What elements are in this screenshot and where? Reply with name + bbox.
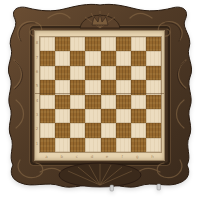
file-label-h: h [145,154,160,160]
square-d1[interactable] [85,138,100,152]
square-e2[interactable] [101,123,116,137]
square-h2[interactable] [146,123,161,137]
square-e8[interactable] [101,37,116,51]
square-h3[interactable] [146,109,161,123]
rank-label-1: 1 [35,137,39,151]
square-b3[interactable] [55,109,70,123]
square-g7[interactable] [131,51,146,65]
square-g3[interactable] [131,109,146,123]
square-a2[interactable] [40,123,55,137]
square-d3[interactable] [85,109,100,123]
square-a7[interactable] [40,51,55,65]
square-c6[interactable] [70,66,85,80]
rank-label-7: 7 [35,50,39,64]
square-e7[interactable] [101,51,116,65]
square-g6[interactable] [131,66,146,80]
square-f8[interactable] [116,37,131,51]
file-label-e: e [100,154,115,160]
square-f4[interactable] [116,95,131,109]
file-label-g: g [130,154,145,160]
square-d2[interactable] [85,123,100,137]
square-c8[interactable] [70,37,85,51]
square-d6[interactable] [85,66,100,80]
square-g4[interactable] [131,95,146,109]
file-label-a: a [39,154,54,160]
square-g1[interactable] [131,138,146,152]
rank-label-2: 2 [35,122,39,136]
square-b7[interactable] [55,51,70,65]
square-e6[interactable] [101,66,116,80]
rank-label-6: 6 [35,65,39,79]
square-h8[interactable] [146,37,161,51]
file-label-d: d [84,154,99,160]
square-b4[interactable] [55,95,70,109]
rank-label-5: 5 [35,79,39,93]
square-a4[interactable] [40,95,55,109]
square-g2[interactable] [131,123,146,137]
file-label-b: b [54,154,69,160]
square-f3[interactable] [116,109,131,123]
square-d7[interactable] [85,51,100,65]
file-label-f: f [115,154,130,160]
carved-chess-board-photo: 87654321 abcdefgh [0,0,200,200]
file-label-c: c [69,154,84,160]
square-h6[interactable] [146,66,161,80]
rank-labels: 87654321 [35,36,39,151]
square-a6[interactable] [40,66,55,80]
file-labels: abcdefgh [39,154,160,160]
rank-label-4: 4 [35,94,39,108]
square-e1[interactable] [101,138,116,152]
square-c7[interactable] [70,51,85,65]
square-b6[interactable] [55,66,70,80]
square-c3[interactable] [70,109,85,123]
square-b1[interactable] [55,138,70,152]
square-e3[interactable] [101,109,116,123]
square-c2[interactable] [70,123,85,137]
chess-board[interactable]: 87654321 abcdefgh [34,30,165,161]
square-f7[interactable] [116,51,131,65]
square-c1[interactable] [70,138,85,152]
square-a3[interactable] [40,109,55,123]
square-h7[interactable] [146,51,161,65]
square-f6[interactable] [116,66,131,80]
rank-label-8: 8 [35,36,39,50]
square-b2[interactable] [55,123,70,137]
square-e4[interactable] [101,95,116,109]
rank-label-3: 3 [35,108,39,122]
square-d8[interactable] [85,37,100,51]
square-d4[interactable] [85,95,100,109]
square-h4[interactable] [146,95,161,109]
square-a1[interactable] [40,138,55,152]
square-h1[interactable] [146,138,161,152]
shell-fan-carving [59,163,141,187]
square-f2[interactable] [116,123,131,137]
square-g8[interactable] [131,37,146,51]
board-fold-seam [35,93,164,94]
square-f1[interactable] [116,138,131,152]
square-b8[interactable] [55,37,70,51]
square-a8[interactable] [40,37,55,51]
square-c4[interactable] [70,95,85,109]
board-grid[interactable] [39,36,162,153]
